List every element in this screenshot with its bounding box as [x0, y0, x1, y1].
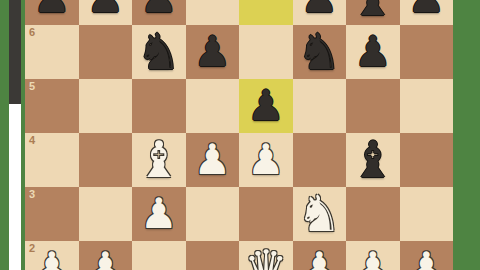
square-h4[interactable]	[400, 133, 454, 187]
black-pawn-h7[interactable]: ♟	[407, 0, 445, 19]
square-g4[interactable]: ♝	[346, 133, 400, 187]
chess-board[interactable]: ♜♛♜♚♟♟♟♟♝♟6♞♟♞♟5♟4♝♟♟♝3♟♞2♟♟♛♟♟♟♜♞♝♜♚	[25, 0, 453, 270]
black-pawn-e5[interactable]: ♟	[247, 85, 285, 127]
square-b5[interactable]	[79, 79, 133, 133]
evaluation-bar-black-segment	[9, 0, 21, 104]
white-pawn-f2[interactable]: ♟	[300, 247, 338, 270]
square-f7[interactable]: ♟	[293, 0, 347, 25]
black-bishop-g7[interactable]: ♝	[350, 0, 395, 23]
square-f3[interactable]: ♞	[293, 187, 347, 241]
white-queen-e2[interactable]: ♛	[244, 244, 288, 270]
square-f2[interactable]: ♟	[293, 241, 347, 270]
white-pawn-d4[interactable]: ♟	[193, 139, 231, 181]
square-d6[interactable]: ♟	[186, 25, 240, 79]
rank-label-5: 5	[29, 80, 35, 92]
square-g2[interactable]: ♟	[346, 241, 400, 270]
square-c7[interactable]: ♟	[132, 0, 186, 25]
square-b7[interactable]: ♟	[79, 0, 133, 25]
square-b2[interactable]: ♟	[79, 241, 133, 270]
square-h6[interactable]	[400, 25, 454, 79]
black-bishop-g4[interactable]: ♝	[350, 135, 395, 185]
white-pawn-b2[interactable]: ♟	[86, 247, 124, 270]
square-e7[interactable]	[239, 0, 293, 25]
square-e3[interactable]	[239, 187, 293, 241]
square-f5[interactable]	[293, 79, 347, 133]
square-a2[interactable]: 2♟	[25, 241, 79, 270]
square-d4[interactable]: ♟	[186, 133, 240, 187]
square-b6[interactable]	[79, 25, 133, 79]
rank-label-2: 2	[29, 242, 35, 254]
square-h7[interactable]: ♟	[400, 0, 454, 25]
evaluation-bar	[9, 0, 21, 270]
square-f4[interactable]	[293, 133, 347, 187]
square-c5[interactable]	[132, 79, 186, 133]
square-h2[interactable]: ♟	[400, 241, 454, 270]
white-pawn-c3[interactable]: ♟	[140, 193, 178, 235]
white-pawn-a2[interactable]: ♟	[33, 247, 71, 270]
square-g6[interactable]: ♟	[346, 25, 400, 79]
white-knight-f3[interactable]: ♞	[297, 189, 342, 239]
square-c3[interactable]: ♟	[132, 187, 186, 241]
square-e5[interactable]: ♟	[239, 79, 293, 133]
white-pawn-h2[interactable]: ♟	[407, 247, 445, 270]
square-e6[interactable]	[239, 25, 293, 79]
rank-label-6: 6	[29, 26, 35, 38]
square-h5[interactable]	[400, 79, 454, 133]
black-pawn-b7[interactable]: ♟	[86, 0, 124, 19]
rank-label-4: 4	[29, 134, 35, 146]
white-pawn-g2[interactable]: ♟	[354, 247, 392, 270]
square-a3[interactable]: 3	[25, 187, 79, 241]
square-a6[interactable]: 6	[25, 25, 79, 79]
square-b4[interactable]	[79, 133, 133, 187]
white-bishop-c4[interactable]: ♝	[136, 135, 181, 185]
square-g5[interactable]	[346, 79, 400, 133]
square-a5[interactable]: 5	[25, 79, 79, 133]
square-d3[interactable]	[186, 187, 240, 241]
video-frame: ♜♛♜♚♟♟♟♟♝♟6♞♟♞♟5♟4♝♟♟♝3♟♞2♟♟♛♟♟♟♜♞♝♜♚	[0, 0, 480, 270]
square-g3[interactable]	[346, 187, 400, 241]
square-b3[interactable]	[79, 187, 133, 241]
black-knight-f6[interactable]: ♞	[297, 27, 342, 77]
square-d7[interactable]	[186, 0, 240, 25]
square-h3[interactable]	[400, 187, 454, 241]
square-e4[interactable]: ♟	[239, 133, 293, 187]
square-g7[interactable]: ♝	[346, 0, 400, 25]
black-pawn-f7[interactable]: ♟	[300, 0, 338, 19]
square-c4[interactable]: ♝	[132, 133, 186, 187]
black-pawn-c7[interactable]: ♟	[140, 0, 178, 19]
square-f6[interactable]: ♞	[293, 25, 347, 79]
square-a7[interactable]: ♟	[25, 0, 79, 25]
black-knight-c6[interactable]: ♞	[136, 27, 181, 77]
black-pawn-g6[interactable]: ♟	[354, 31, 392, 73]
rank-label-3: 3	[29, 188, 35, 200]
square-a4[interactable]: 4	[25, 133, 79, 187]
black-pawn-d6[interactable]: ♟	[193, 31, 231, 73]
square-d5[interactable]	[186, 79, 240, 133]
white-pawn-e4[interactable]: ♟	[247, 139, 285, 181]
square-c2[interactable]	[132, 241, 186, 270]
square-e2[interactable]: ♛	[239, 241, 293, 270]
square-d2[interactable]	[186, 241, 240, 270]
square-c6[interactable]: ♞	[132, 25, 186, 79]
black-pawn-a7[interactable]: ♟	[33, 0, 71, 19]
